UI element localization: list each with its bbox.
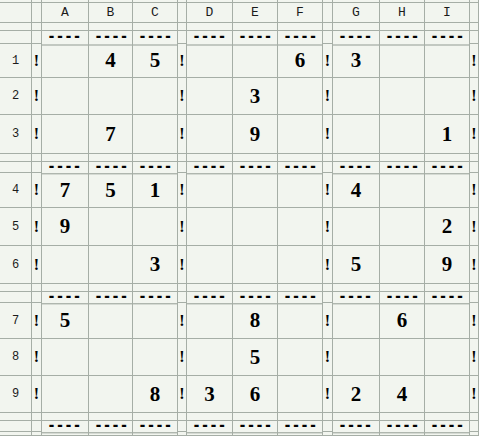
cell-H7[interactable]: 6 (380, 303, 425, 339)
cell-G4[interactable]: 4 (333, 173, 380, 208)
empty-cell (0, 413, 32, 421)
box-separator-horizontal: ---- (278, 29, 323, 45)
cell-I3[interactable]: 1 (425, 115, 470, 154)
box-separator-horizontal: ---- (233, 29, 278, 45)
box-separator-horizontal: ---- (89, 291, 133, 305)
cell-G7[interactable] (333, 303, 380, 339)
box-separator-horizontal: ---- (278, 291, 323, 305)
empty-cell (32, 421, 42, 432)
sudoku-sheet-grid: ABCDEFGHI-------------------------------… (0, 0, 479, 436)
empty-cell (178, 162, 187, 173)
empty-cell (178, 23, 187, 31)
empty-cell (323, 23, 333, 31)
box-separator-vertical: ! (178, 303, 187, 339)
cell-I8[interactable] (425, 339, 470, 376)
empty-cell (323, 421, 333, 432)
cell-B5[interactable] (89, 208, 133, 246)
box-separator-vertical: ! (323, 339, 333, 376)
box-separator-horizontal: ---- (187, 161, 233, 175)
row-header-9[interactable]: 9 (0, 376, 32, 413)
col-header-D[interactable]: D (187, 3, 233, 23)
cell-H9[interactable]: 4 (380, 376, 425, 413)
empty-cell (0, 421, 32, 432)
row-header-1[interactable]: 1 (0, 44, 32, 78)
cell-I9[interactable] (425, 376, 470, 413)
cell-F2[interactable] (278, 78, 323, 115)
box-separator-vertical: ! (32, 246, 42, 284)
col-header-I[interactable]: I (425, 3, 470, 23)
cell-C3[interactable] (133, 115, 178, 154)
cell-G1[interactable]: 3 (333, 44, 380, 78)
box-separator-vertical: ! (470, 376, 479, 413)
box-separator-vertical: ! (470, 303, 479, 339)
box-separator-horizontal: ---- (233, 420, 278, 434)
box-separator-vertical: ! (470, 339, 479, 376)
box-separator-horizontal: ---- (380, 291, 425, 305)
cell-H6[interactable] (380, 246, 425, 284)
row-header-6[interactable]: 6 (0, 246, 32, 284)
col-header-B[interactable]: B (89, 3, 133, 23)
box-separator-vertical: ! (470, 246, 479, 284)
empty-cell (470, 413, 479, 421)
cell-B3[interactable]: 7 (89, 115, 133, 154)
cell-C9[interactable]: 8 (133, 376, 178, 413)
cell-I4[interactable] (425, 173, 470, 208)
box-separator-horizontal: ---- (278, 420, 323, 434)
cell-H5[interactable] (380, 208, 425, 246)
box-separator-horizontal: ---- (333, 161, 380, 175)
empty-cell (470, 3, 479, 23)
box-separator-vertical: ! (178, 115, 187, 154)
box-separator-vertical: ! (32, 208, 42, 246)
empty-cell (470, 31, 479, 44)
cell-D6[interactable] (187, 246, 233, 284)
row-header-8[interactable]: 8 (0, 339, 32, 376)
box-separator-vertical: ! (32, 44, 42, 78)
row-header-4[interactable]: 4 (0, 173, 32, 208)
cell-B2[interactable] (89, 78, 133, 115)
cell-G8[interactable] (333, 339, 380, 376)
empty-cell (0, 432, 32, 436)
empty-cell (178, 292, 187, 303)
cell-G9[interactable]: 2 (333, 376, 380, 413)
row-header-7[interactable]: 7 (0, 303, 32, 339)
spreadsheet-window: ABCDEFGHI-------------------------------… (0, 0, 479, 436)
empty-cell (178, 432, 187, 436)
cell-C6[interactable]: 3 (133, 246, 178, 284)
cell-E4[interactable] (233, 173, 278, 208)
box-separator-vertical: ! (32, 339, 42, 376)
box-separator-horizontal: ---- (333, 291, 380, 305)
empty-cell (323, 3, 333, 23)
box-separator-horizontal: ---- (133, 420, 178, 434)
empty-cell (32, 292, 42, 303)
cell-B9[interactable] (89, 376, 133, 413)
box-separator-vertical: ! (32, 78, 42, 115)
cell-E3[interactable]: 9 (233, 115, 278, 154)
empty-cell (323, 162, 333, 173)
empty-cell (32, 3, 42, 23)
cell-C4[interactable]: 1 (133, 173, 178, 208)
box-separator-vertical: ! (470, 208, 479, 246)
cell-E8[interactable]: 5 (233, 339, 278, 376)
box-separator-vertical: ! (323, 208, 333, 246)
empty-cell (32, 162, 42, 173)
box-separator-vertical: ! (178, 246, 187, 284)
box-separator-horizontal: ---- (425, 291, 470, 305)
cell-G2[interactable] (333, 78, 380, 115)
empty-cell (470, 284, 479, 292)
cell-E9[interactable]: 6 (233, 376, 278, 413)
box-separator-horizontal: ---- (187, 29, 233, 45)
cell-D5[interactable] (187, 208, 233, 246)
box-separator-vertical: ! (470, 173, 479, 208)
cell-D4[interactable] (187, 173, 233, 208)
cell-F7[interactable] (278, 303, 323, 339)
cell-A6[interactable] (42, 246, 89, 284)
box-separator-horizontal: ---- (380, 420, 425, 434)
empty-cell (178, 413, 187, 421)
empty-cell (323, 154, 333, 162)
empty-cell (470, 421, 479, 432)
cell-F5[interactable] (278, 208, 323, 246)
empty-cell (0, 154, 32, 162)
box-separator-vertical: ! (323, 78, 333, 115)
cell-I5[interactable]: 2 (425, 208, 470, 246)
cell-C7[interactable] (133, 303, 178, 339)
box-separator-horizontal: ---- (333, 420, 380, 434)
cell-H4[interactable] (380, 173, 425, 208)
box-separator-vertical: ! (470, 44, 479, 78)
empty-cell (32, 413, 42, 421)
empty-cell (178, 421, 187, 432)
box-separator-horizontal: ---- (42, 161, 89, 175)
empty-cell (0, 23, 32, 31)
cell-F6[interactable] (278, 246, 323, 284)
cell-H3[interactable] (380, 115, 425, 154)
cell-I2[interactable] (425, 78, 470, 115)
cell-A3[interactable] (42, 115, 89, 154)
empty-cell (323, 284, 333, 292)
cell-A2[interactable] (42, 78, 89, 115)
cell-B7[interactable] (89, 303, 133, 339)
empty-cell (32, 23, 42, 31)
cell-H2[interactable] (380, 78, 425, 115)
empty-cell (470, 292, 479, 303)
box-separator-vertical: ! (32, 115, 42, 154)
box-separator-vertical: ! (178, 208, 187, 246)
cell-H8[interactable] (380, 339, 425, 376)
cell-A9[interactable] (42, 376, 89, 413)
box-separator-vertical: ! (178, 78, 187, 115)
cell-E2[interactable]: 3 (233, 78, 278, 115)
box-separator-vertical: ! (323, 44, 333, 78)
box-separator-horizontal: ---- (233, 291, 278, 305)
cell-F8[interactable] (278, 339, 323, 376)
box-separator-vertical: ! (32, 173, 42, 208)
row-header-3[interactable]: 3 (0, 115, 32, 154)
cell-E6[interactable] (233, 246, 278, 284)
cell-B8[interactable] (89, 339, 133, 376)
cell-D7[interactable] (187, 303, 233, 339)
col-header-H[interactable]: H (380, 3, 425, 23)
empty-cell (323, 432, 333, 436)
empty-cell (0, 3, 32, 23)
empty-cell (470, 23, 479, 31)
cell-A7[interactable]: 5 (42, 303, 89, 339)
col-header-G[interactable]: G (333, 3, 380, 23)
box-separator-vertical: ! (178, 44, 187, 78)
cell-B1[interactable]: 4 (89, 44, 133, 78)
box-separator-horizontal: ---- (133, 291, 178, 305)
box-separator-horizontal: ---- (425, 161, 470, 175)
box-separator-horizontal: ---- (380, 161, 425, 175)
box-separator-horizontal: ---- (233, 161, 278, 175)
box-separator-vertical: ! (178, 339, 187, 376)
cell-I6[interactable]: 9 (425, 246, 470, 284)
empty-cell (0, 284, 32, 292)
cell-F1[interactable]: 6 (278, 44, 323, 78)
box-separator-vertical: ! (323, 173, 333, 208)
box-separator-horizontal: ---- (333, 29, 380, 45)
col-header-A[interactable]: A (42, 3, 89, 23)
empty-cell (470, 154, 479, 162)
empty-cell (32, 284, 42, 292)
box-separator-horizontal: ---- (89, 29, 133, 45)
empty-cell (178, 154, 187, 162)
box-separator-horizontal: ---- (187, 291, 233, 305)
cell-A4[interactable]: 7 (42, 173, 89, 208)
empty-cell (0, 292, 32, 303)
col-header-C[interactable]: C (133, 3, 178, 23)
cell-D8[interactable] (187, 339, 233, 376)
cell-A1[interactable] (42, 44, 89, 78)
cell-D9[interactable]: 3 (187, 376, 233, 413)
empty-cell (0, 31, 32, 44)
cell-G6[interactable]: 5 (333, 246, 380, 284)
empty-cell (178, 31, 187, 44)
empty-cell (178, 284, 187, 292)
empty-cell (0, 162, 32, 173)
cell-C2[interactable] (133, 78, 178, 115)
box-separator-horizontal: ---- (89, 420, 133, 434)
cell-D2[interactable] (187, 78, 233, 115)
cell-E5[interactable] (233, 208, 278, 246)
empty-cell (32, 432, 42, 436)
cell-C8[interactable] (133, 339, 178, 376)
empty-cell (470, 162, 479, 173)
box-separator-horizontal: ---- (278, 161, 323, 175)
cell-C1[interactable]: 5 (133, 44, 178, 78)
box-separator-horizontal: ---- (42, 291, 89, 305)
empty-cell (323, 31, 333, 44)
box-separator-horizontal: ---- (133, 161, 178, 175)
cell-F3[interactable] (278, 115, 323, 154)
cell-I1[interactable] (425, 44, 470, 78)
empty-cell (323, 413, 333, 421)
empty-cell (178, 3, 187, 23)
cell-D3[interactable] (187, 115, 233, 154)
box-separator-horizontal: ---- (380, 29, 425, 45)
box-separator-vertical: ! (323, 246, 333, 284)
box-separator-vertical: ! (178, 376, 187, 413)
col-header-F[interactable]: F (278, 3, 323, 23)
box-separator-vertical: ! (470, 78, 479, 115)
empty-cell (323, 292, 333, 303)
box-separator-vertical: ! (32, 303, 42, 339)
cell-I7[interactable] (425, 303, 470, 339)
cell-E7[interactable]: 8 (233, 303, 278, 339)
box-separator-vertical: ! (323, 376, 333, 413)
box-separator-horizontal: ---- (42, 420, 89, 434)
box-separator-vertical: ! (323, 115, 333, 154)
cell-F4[interactable] (278, 173, 323, 208)
cell-G3[interactable] (333, 115, 380, 154)
box-separator-horizontal: ---- (187, 420, 233, 434)
empty-cell (32, 31, 42, 44)
cell-D1[interactable] (187, 44, 233, 78)
col-header-E[interactable]: E (233, 3, 278, 23)
row-header-2[interactable]: 2 (0, 78, 32, 115)
cell-A8[interactable] (42, 339, 89, 376)
cell-B6[interactable] (89, 246, 133, 284)
box-separator-vertical: ! (470, 115, 479, 154)
empty-cell (470, 432, 479, 436)
box-separator-vertical: ! (178, 173, 187, 208)
cell-A5[interactable]: 9 (42, 208, 89, 246)
box-separator-horizontal: ---- (425, 420, 470, 434)
box-separator-horizontal: ---- (425, 29, 470, 45)
cell-C5[interactable] (133, 208, 178, 246)
cell-H1[interactable] (380, 44, 425, 78)
cell-F9[interactable] (278, 376, 323, 413)
cell-B4[interactable]: 5 (89, 173, 133, 208)
row-header-5[interactable]: 5 (0, 208, 32, 246)
empty-cell (32, 154, 42, 162)
cell-G5[interactable] (333, 208, 380, 246)
box-separator-horizontal: ---- (42, 29, 89, 45)
box-separator-vertical: ! (323, 303, 333, 339)
box-separator-horizontal: ---- (89, 161, 133, 175)
cell-E1[interactable] (233, 44, 278, 78)
box-separator-horizontal: ---- (133, 29, 178, 45)
box-separator-vertical: ! (32, 376, 42, 413)
